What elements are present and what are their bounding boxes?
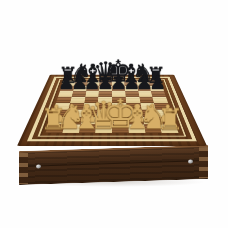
- clasp-right-icon: [188, 160, 193, 164]
- box-seam: [28, 160, 199, 166]
- piece-white-rook-h1: ♜: [157, 105, 183, 134]
- chess-set-product-photo: ♜♞♝♛♚♝♞♜♟♟♟♟♟♟♟♟♟♟♟♟♟♟♟♟♜♞♝♛♚♝♞♜: [0, 0, 228, 228]
- clasp-left-icon: [36, 164, 41, 168]
- box-front-panel: [19, 145, 208, 185]
- finger-joint-left: [19, 153, 28, 184]
- finger-joint-right: [199, 147, 208, 178]
- square-h7: ♟: [150, 86, 164, 91]
- board-scene: ♜♞♝♛♚♝♞♜♟♟♟♟♟♟♟♟♟♟♟♟♟♟♟♟♜♞♝♛♚♝♞♜: [17, 0, 207, 146]
- chess-board: ♜♞♝♛♚♝♞♜♟♟♟♟♟♟♟♟♟♟♟♟♟♟♟♟♜♞♝♛♚♝♞♜: [17, 75, 207, 146]
- square-h1: ♜: [160, 125, 179, 134]
- squares-grid: ♜♞♝♛♚♝♞♜♟♟♟♟♟♟♟♟♟♟♟♟♟♟♟♟♜♞♝♛♚♝♞♜: [45, 81, 178, 133]
- piece-black-pawn-h7: ♟: [149, 73, 166, 92]
